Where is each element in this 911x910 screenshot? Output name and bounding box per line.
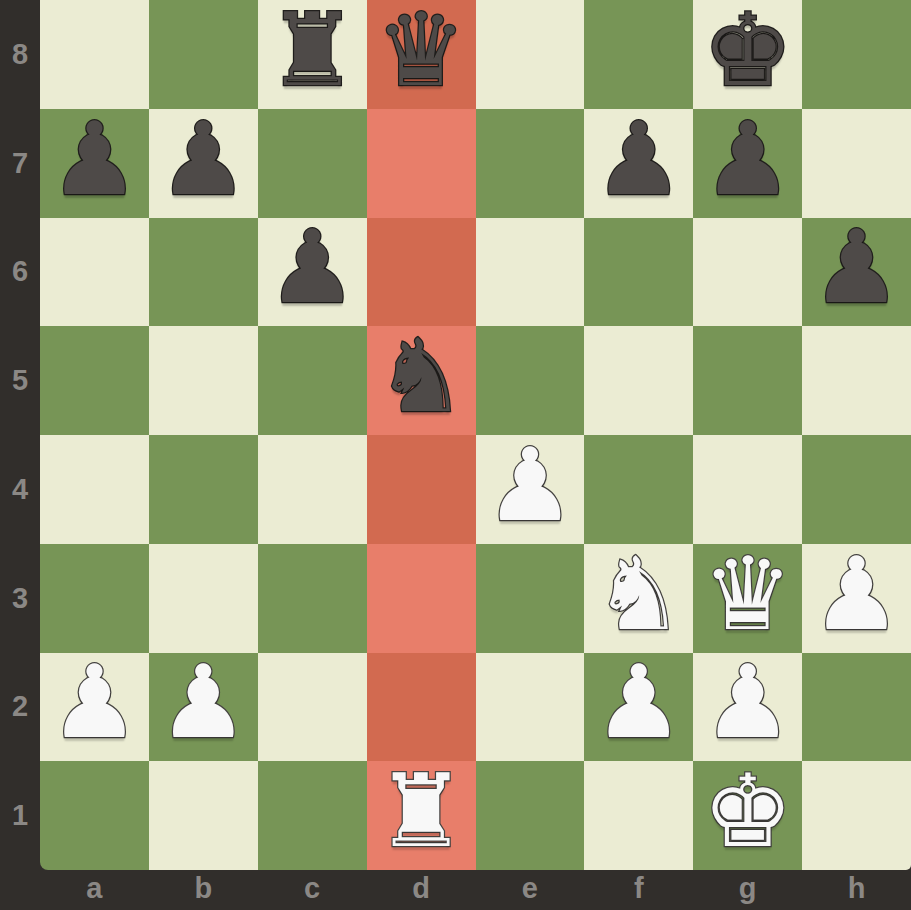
file-label-f: f [584,870,693,910]
square-f5[interactable] [584,326,693,435]
square-b8[interactable] [149,0,258,109]
square-d6[interactable] [367,218,476,327]
square-a2[interactable]: ♟ [40,653,149,762]
square-d3[interactable] [367,544,476,653]
rank-label-2: 2 [0,653,40,762]
square-g3[interactable]: ♛ [693,544,802,653]
black-queen-d8[interactable]: ♛ [376,0,467,101]
square-f2[interactable]: ♟ [584,653,693,762]
square-a4[interactable] [40,435,149,544]
rank-label-5: 5 [0,326,40,435]
square-g7[interactable]: ♟ [693,109,802,218]
square-b6[interactable] [149,218,258,327]
square-c3[interactable] [258,544,367,653]
square-f4[interactable] [584,435,693,544]
black-pawn-a7[interactable]: ♟ [49,109,140,210]
white-pawn-f2[interactable]: ♟ [594,652,685,753]
square-a3[interactable] [40,544,149,653]
square-h2[interactable] [802,653,911,762]
rank-label-7: 7 [0,109,40,218]
white-pawn-e4[interactable]: ♟ [485,435,576,536]
file-label-b: b [149,870,258,910]
square-e7[interactable] [476,109,585,218]
white-pawn-h3[interactable]: ♟ [811,544,902,645]
square-c5[interactable] [258,326,367,435]
square-c8[interactable]: ♜ [258,0,367,109]
black-king-g8[interactable]: ♚ [702,0,793,101]
square-c7[interactable] [258,109,367,218]
square-a6[interactable] [40,218,149,327]
square-h7[interactable] [802,109,911,218]
square-a8[interactable] [40,0,149,109]
square-h3[interactable]: ♟ [802,544,911,653]
square-b4[interactable] [149,435,258,544]
white-pawn-b2[interactable]: ♟ [158,652,249,753]
square-g5[interactable] [693,326,802,435]
square-f3[interactable]: ♞ [584,544,693,653]
square-c2[interactable] [258,653,367,762]
square-g8[interactable]: ♚ [693,0,802,109]
square-d5[interactable]: ♞ [367,326,476,435]
square-d4[interactable] [367,435,476,544]
white-rook-d1[interactable]: ♜ [376,761,467,862]
white-knight-f3[interactable]: ♞ [594,544,685,645]
file-label-c: c [258,870,367,910]
square-e5[interactable] [476,326,585,435]
square-e4[interactable]: ♟ [476,435,585,544]
square-f1[interactable] [584,761,693,870]
square-a7[interactable]: ♟ [40,109,149,218]
file-label-a: a [40,870,149,910]
white-king-g1[interactable]: ♚ [702,761,793,862]
square-e8[interactable] [476,0,585,109]
square-g2[interactable]: ♟ [693,653,802,762]
square-f6[interactable] [584,218,693,327]
white-queen-g3[interactable]: ♛ [702,544,793,645]
square-c1[interactable] [258,761,367,870]
square-b5[interactable] [149,326,258,435]
square-b3[interactable] [149,544,258,653]
square-h8[interactable] [802,0,911,109]
square-d8[interactable]: ♛ [367,0,476,109]
black-pawn-h6[interactable]: ♟ [811,217,902,318]
square-b2[interactable]: ♟ [149,653,258,762]
square-c6[interactable]: ♟ [258,218,367,327]
rank-label-8: 8 [0,0,40,109]
file-label-g: g [693,870,802,910]
square-g1[interactable]: ♚ [693,761,802,870]
square-a5[interactable] [40,326,149,435]
black-pawn-c6[interactable]: ♟ [267,217,358,318]
file-label-h: h [802,870,911,910]
square-d7[interactable] [367,109,476,218]
rank-label-6: 6 [0,218,40,327]
white-pawn-g2[interactable]: ♟ [702,652,793,753]
file-label-e: e [476,870,585,910]
square-a1[interactable] [40,761,149,870]
square-g4[interactable] [693,435,802,544]
square-e2[interactable] [476,653,585,762]
black-knight-d5[interactable]: ♞ [376,326,467,427]
square-h1[interactable] [802,761,911,870]
square-b7[interactable]: ♟ [149,109,258,218]
file-label-d: d [367,870,476,910]
square-d2[interactable] [367,653,476,762]
square-h6[interactable]: ♟ [802,218,911,327]
rank-label-3: 3 [0,544,40,653]
square-e6[interactable] [476,218,585,327]
white-pawn-a2[interactable]: ♟ [49,652,140,753]
file-labels: abcdefgh [40,870,911,910]
square-b1[interactable] [149,761,258,870]
rank-label-4: 4 [0,435,40,544]
black-pawn-b7[interactable]: ♟ [158,109,249,210]
square-e3[interactable] [476,544,585,653]
black-pawn-g7[interactable]: ♟ [702,109,793,210]
square-g6[interactable] [693,218,802,327]
square-h5[interactable] [802,326,911,435]
rank-label-1: 1 [0,761,40,870]
chess-board[interactable]: ♜♛♚♟♟♟♟♟♟♞♟♞♛♟♟♟♟♟♜♚ [40,0,911,870]
square-e1[interactable] [476,761,585,870]
square-c4[interactable] [258,435,367,544]
black-pawn-f7[interactable]: ♟ [594,109,685,210]
square-f7[interactable]: ♟ [584,109,693,218]
square-f8[interactable] [584,0,693,109]
black-rook-c8[interactable]: ♜ [267,0,358,101]
square-h4[interactable] [802,435,911,544]
rank-labels: 87654321 [0,0,40,870]
square-d1[interactable]: ♜ [367,761,476,870]
